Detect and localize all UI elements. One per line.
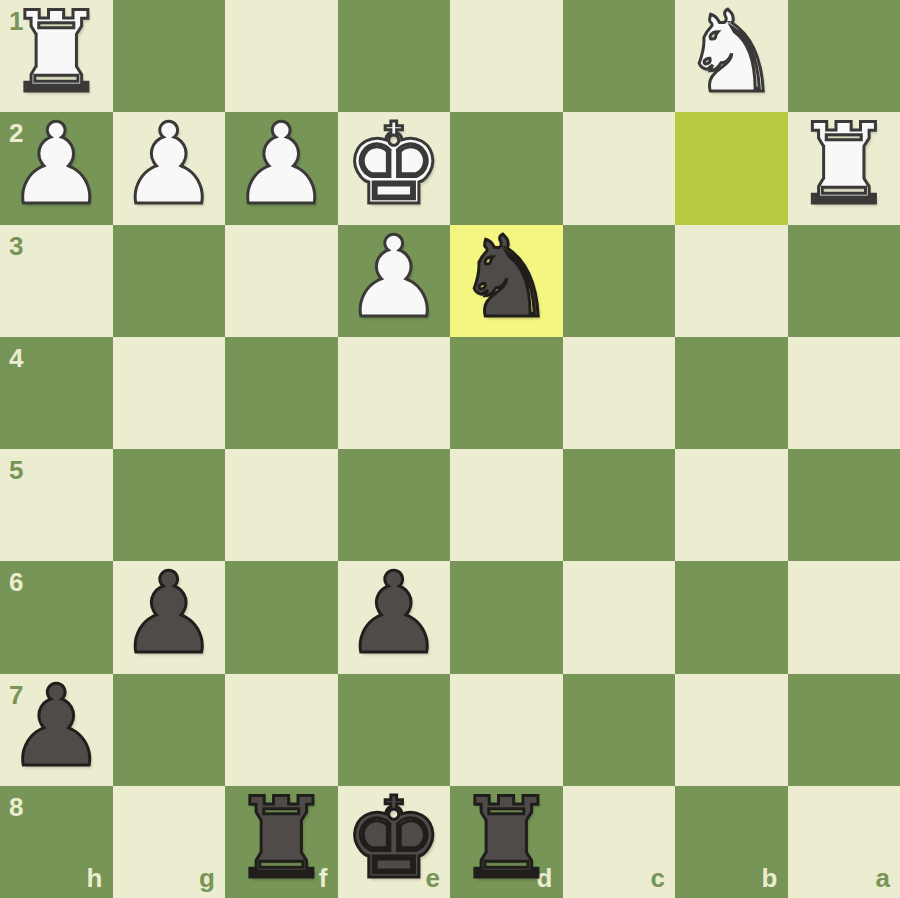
square-g6[interactable]: ♟ [113,561,226,673]
black-pawn-piece[interactable]: ♟ [119,557,219,669]
square-f8[interactable]: f♜ [225,786,338,898]
square-d5[interactable] [450,449,563,561]
rank-label-5: 5 [9,457,23,483]
square-g1[interactable] [113,0,226,112]
file-label-c: c [651,865,665,891]
square-e2[interactable]: ♚ [338,112,451,224]
square-h5[interactable]: 5 [0,449,113,561]
square-d4[interactable] [450,337,563,449]
square-g4[interactable] [113,337,226,449]
square-h1[interactable]: 1♜ [0,0,113,112]
square-e1[interactable] [338,0,451,112]
square-f6[interactable] [225,561,338,673]
square-h4[interactable]: 4 [0,337,113,449]
square-f2[interactable]: ♟ [225,112,338,224]
square-a5[interactable] [788,449,900,561]
square-h3[interactable]: 3 [0,225,113,337]
square-h6[interactable]: 6 [0,561,113,673]
square-d3[interactable]: ♞ [450,225,563,337]
square-a2[interactable]: ♜ [788,112,900,224]
square-d6[interactable] [450,561,563,673]
chess-board: 1♜♞2♟♟♟♚♜3♟♞456♟♟7♟8hgf♜e♚d♜cba [0,0,900,898]
square-e6[interactable]: ♟ [338,561,451,673]
black-king-piece[interactable]: ♚ [344,782,444,894]
square-e5[interactable] [338,449,451,561]
square-g7[interactable] [113,674,226,786]
white-pawn-piece[interactable]: ♟ [119,108,219,220]
white-pawn-piece[interactable]: ♟ [344,221,444,333]
square-f1[interactable] [225,0,338,112]
square-b6[interactable] [675,561,788,673]
square-b8[interactable]: b [675,786,788,898]
white-pawn-piece[interactable]: ♟ [231,108,331,220]
rank-label-4: 4 [9,345,23,371]
rank-label-8: 8 [9,794,23,820]
white-pawn-piece[interactable]: ♟ [6,108,106,220]
square-c7[interactable] [563,674,676,786]
square-h8[interactable]: 8h [0,786,113,898]
square-d8[interactable]: d♜ [450,786,563,898]
square-a8[interactable]: a [788,786,900,898]
square-c3[interactable] [563,225,676,337]
square-g8[interactable]: g [113,786,226,898]
black-rook-piece[interactable]: ♜ [456,782,556,894]
white-knight-piece[interactable]: ♞ [681,0,781,108]
square-f4[interactable] [225,337,338,449]
square-c6[interactable] [563,561,676,673]
square-a3[interactable] [788,225,900,337]
square-a7[interactable] [788,674,900,786]
square-d7[interactable] [450,674,563,786]
square-b5[interactable] [675,449,788,561]
black-knight-piece[interactable]: ♞ [456,221,556,333]
square-h7[interactable]: 7♟ [0,674,113,786]
square-c2[interactable] [563,112,676,224]
file-label-g: g [199,865,215,891]
file-label-h: h [87,865,103,891]
square-b2[interactable] [675,112,788,224]
rank-label-6: 6 [9,569,23,595]
square-a6[interactable] [788,561,900,673]
square-h2[interactable]: 2♟ [0,112,113,224]
square-b4[interactable] [675,337,788,449]
black-pawn-piece[interactable]: ♟ [6,670,106,782]
square-f3[interactable] [225,225,338,337]
square-a4[interactable] [788,337,900,449]
square-f5[interactable] [225,449,338,561]
square-g2[interactable]: ♟ [113,112,226,224]
square-e3[interactable]: ♟ [338,225,451,337]
square-e8[interactable]: e♚ [338,786,451,898]
black-pawn-piece[interactable]: ♟ [344,557,444,669]
white-king-piece[interactable]: ♚ [344,108,444,220]
square-f7[interactable] [225,674,338,786]
square-g5[interactable] [113,449,226,561]
square-e4[interactable] [338,337,451,449]
rank-label-3: 3 [9,233,23,259]
white-rook-piece[interactable]: ♜ [6,0,106,108]
square-c8[interactable]: c [563,786,676,898]
black-rook-piece[interactable]: ♜ [231,782,331,894]
square-d1[interactable] [450,0,563,112]
file-label-a: a [876,865,890,891]
square-b1[interactable]: ♞ [675,0,788,112]
square-g3[interactable] [113,225,226,337]
square-a1[interactable] [788,0,900,112]
white-rook-piece[interactable]: ♜ [794,108,894,220]
square-c1[interactable] [563,0,676,112]
square-b7[interactable] [675,674,788,786]
square-e7[interactable] [338,674,451,786]
file-label-b: b [762,865,778,891]
square-d2[interactable] [450,112,563,224]
square-c5[interactable] [563,449,676,561]
square-b3[interactable] [675,225,788,337]
square-c4[interactable] [563,337,676,449]
